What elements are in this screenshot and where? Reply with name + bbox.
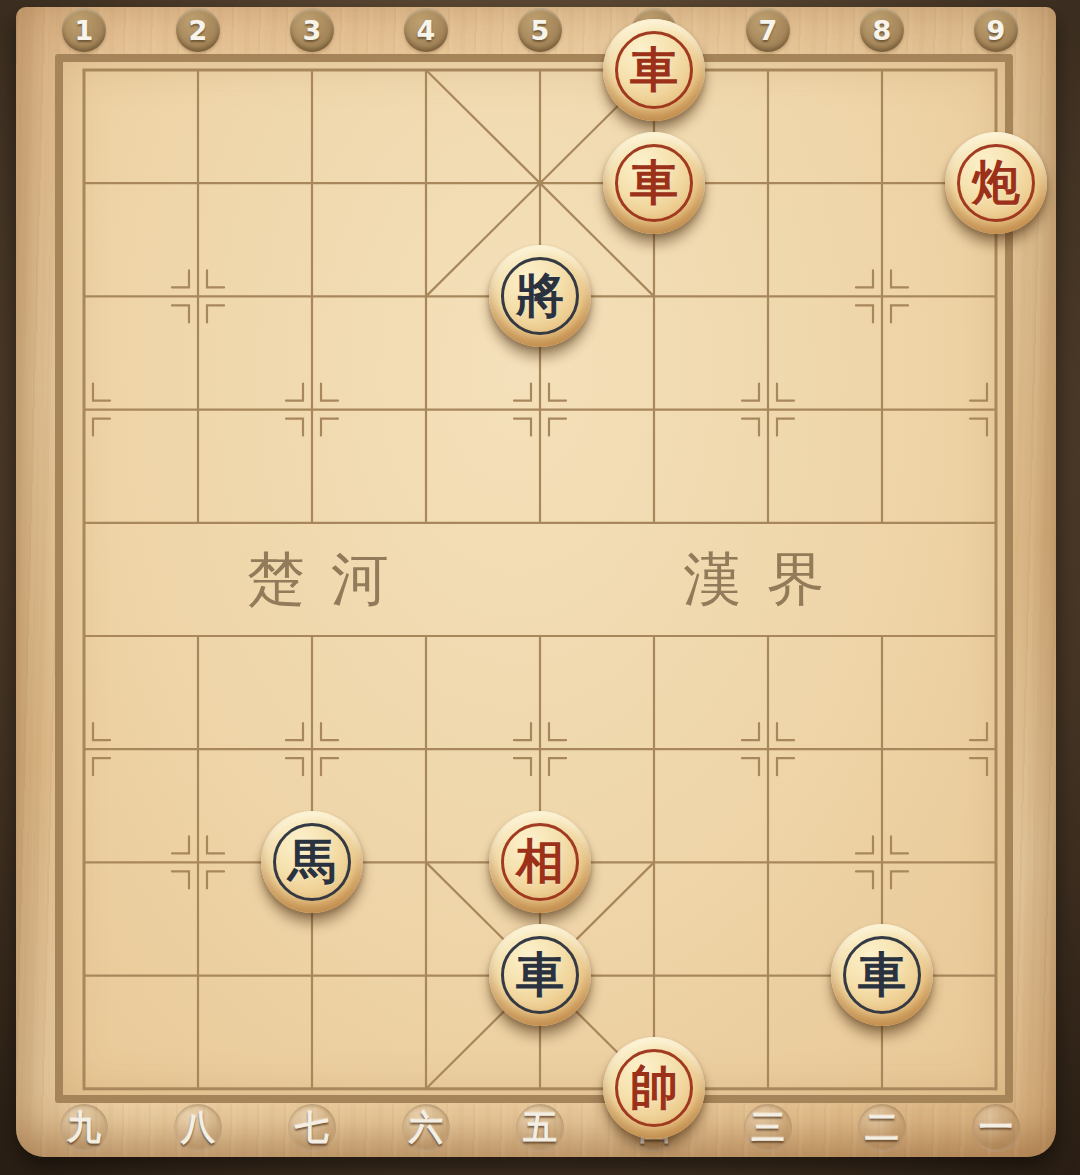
- red-elephant-glyph: 相: [516, 837, 564, 885]
- black-chariot[interactable]: 車: [831, 924, 933, 1026]
- black-general-glyph: 將: [516, 271, 564, 319]
- red-chariot[interactable]: 車: [603, 19, 705, 121]
- red-general-glyph: 帥: [630, 1063, 678, 1111]
- black-horse[interactable]: 馬: [261, 811, 363, 913]
- xiangqi-app: 楚河 漢界 123456789 九八七六五四三二一 車車炮將馬相車車帥: [0, 0, 1080, 1175]
- black-general[interactable]: 將: [489, 245, 591, 347]
- red-general[interactable]: 帥: [603, 1037, 705, 1139]
- black-chariot[interactable]: 車: [489, 924, 591, 1026]
- black-horse-glyph: 馬: [288, 837, 336, 885]
- red-cannon-glyph: 炮: [972, 158, 1020, 206]
- red-chariot[interactable]: 車: [603, 132, 705, 234]
- river-label-chu-he: 楚河: [221, 550, 415, 608]
- river-label-han-jie: 漢界: [657, 550, 851, 608]
- red-cannon[interactable]: 炮: [945, 132, 1047, 234]
- black-chariot-glyph: 車: [516, 950, 564, 998]
- red-chariot-glyph: 車: [630, 45, 678, 93]
- red-elephant[interactable]: 相: [489, 811, 591, 913]
- black-chariot-glyph: 車: [858, 950, 906, 998]
- red-chariot-glyph: 車: [630, 158, 678, 206]
